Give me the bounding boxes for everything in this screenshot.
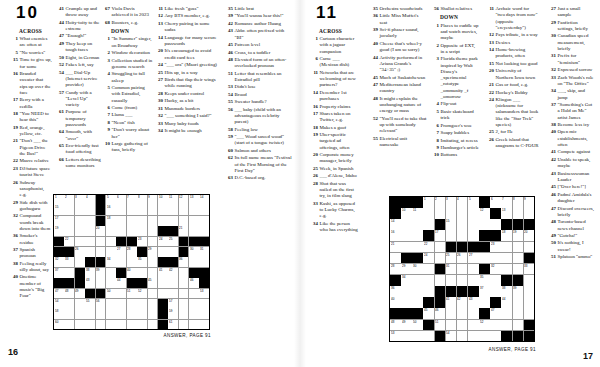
grid-cell[interactable]: 2 bbox=[64, 195, 74, 205]
grid-cell[interactable]: 44 bbox=[501, 297, 512, 308]
grid-cell[interactable] bbox=[137, 320, 147, 330]
grid-cell[interactable]: 1 bbox=[54, 195, 64, 205]
grid-cell[interactable] bbox=[75, 309, 85, 319]
grid-cell[interactable]: 17 bbox=[54, 216, 64, 226]
grid-cell[interactable]: 51 bbox=[435, 320, 446, 331]
black-cell bbox=[513, 219, 524, 230]
grid-cell[interactable]: 8 bbox=[513, 197, 524, 208]
grid-cell[interactable]: 47 bbox=[54, 289, 64, 299]
grid-cell[interactable]: 57 bbox=[168, 299, 178, 309]
grid-cell[interactable] bbox=[85, 205, 95, 215]
grid-cell[interactable] bbox=[64, 320, 74, 330]
grid-cell[interactable] bbox=[468, 219, 479, 230]
grid-cell[interactable]: 45 bbox=[148, 278, 158, 288]
grid-cell[interactable]: 53 bbox=[390, 331, 401, 342]
grid-cell[interactable] bbox=[179, 320, 189, 330]
grid-cell[interactable] bbox=[412, 219, 423, 230]
grid-cell[interactable]: 18 bbox=[501, 230, 512, 241]
grid-cell[interactable]: 6 bbox=[116, 195, 126, 205]
grid-cell[interactable] bbox=[513, 297, 524, 308]
grid-cell[interactable]: 54 bbox=[54, 299, 64, 309]
grid-cell[interactable]: 20 bbox=[96, 226, 106, 236]
grid-cell[interactable]: 1 bbox=[423, 197, 434, 208]
grid-cell[interactable] bbox=[401, 331, 412, 342]
grid-cell[interactable]: 3 bbox=[75, 195, 85, 205]
grid-cell[interactable] bbox=[468, 308, 479, 319]
grid-cell[interactable]: 60 bbox=[54, 320, 64, 330]
grid-cell[interactable] bbox=[148, 237, 158, 247]
grid-cell[interactable] bbox=[513, 264, 524, 275]
grid-cell[interactable] bbox=[490, 286, 501, 297]
grid-cell[interactable] bbox=[137, 268, 147, 278]
grid-cell[interactable]: 16 bbox=[106, 205, 116, 215]
grid-cell[interactable] bbox=[468, 275, 479, 286]
grid-cell[interactable]: 46 bbox=[435, 308, 446, 319]
grid-cell[interactable] bbox=[457, 320, 468, 331]
grid-cell[interactable] bbox=[435, 208, 446, 219]
grid-cell[interactable]: 31 bbox=[199, 247, 209, 257]
cell-number: 10 bbox=[159, 195, 162, 198]
grid-cell[interactable]: 10 bbox=[401, 208, 412, 219]
grid-cell[interactable]: 48 bbox=[390, 320, 401, 331]
grid-cell[interactable] bbox=[64, 216, 74, 226]
grid-cell[interactable] bbox=[148, 320, 158, 330]
grid-cell[interactable]: 43 bbox=[85, 278, 95, 288]
grid-cell[interactable] bbox=[423, 264, 434, 275]
grid-cell[interactable] bbox=[412, 297, 423, 308]
grid-cell[interactable]: 19 bbox=[54, 226, 64, 236]
grid-cell[interactable]: 3 bbox=[446, 197, 457, 208]
grid-cell[interactable] bbox=[501, 242, 512, 253]
grid-cell[interactable]: 26 bbox=[75, 247, 85, 257]
cell-number: 32 bbox=[491, 264, 494, 267]
grid-cell[interactable] bbox=[479, 297, 490, 308]
grid-cell[interactable] bbox=[479, 253, 490, 264]
grid-cell[interactable] bbox=[75, 237, 85, 247]
grid-cell[interactable] bbox=[168, 216, 178, 226]
grid-cell[interactable]: 34 bbox=[106, 257, 116, 267]
clue: 16Branded sweater that zips up over the … bbox=[11, 71, 52, 96]
grid-cell[interactable] bbox=[158, 289, 168, 299]
grid-cell[interactable] bbox=[524, 208, 535, 219]
grid-cell[interactable] bbox=[137, 216, 147, 226]
grid-cell[interactable] bbox=[524, 242, 535, 253]
grid-cell[interactable] bbox=[446, 320, 457, 331]
grid-cell[interactable] bbox=[490, 253, 501, 264]
grid-cell[interactable]: 46 bbox=[189, 278, 199, 288]
grid-cell[interactable]: 15 bbox=[446, 219, 457, 230]
grid-cell[interactable]: 42 bbox=[457, 297, 468, 308]
grid-cell[interactable]: 40 bbox=[127, 268, 137, 278]
grid-cell[interactable] bbox=[116, 216, 126, 226]
grid-cell[interactable]: 45 bbox=[423, 308, 434, 319]
grid-cell[interactable] bbox=[435, 275, 446, 286]
grid-cell[interactable] bbox=[189, 289, 199, 299]
grid-cell[interactable] bbox=[524, 286, 535, 297]
grid-cell[interactable] bbox=[96, 278, 106, 288]
grid-cell[interactable] bbox=[189, 257, 199, 267]
grid-cell[interactable]: 27 bbox=[116, 247, 126, 257]
clue-text: Feeling low bbox=[235, 127, 293, 133]
grid-cell[interactable] bbox=[189, 320, 199, 330]
grid-cell[interactable]: 29 bbox=[401, 264, 412, 275]
grid-cell[interactable] bbox=[513, 242, 524, 253]
grid-cell[interactable] bbox=[423, 208, 434, 219]
grid-cell[interactable]: 48 bbox=[64, 289, 74, 299]
grid-cell[interactable] bbox=[513, 208, 524, 219]
grid-cell[interactable] bbox=[168, 289, 178, 299]
grid-cell[interactable] bbox=[85, 226, 95, 236]
grid-cell[interactable] bbox=[199, 257, 209, 267]
grid-cell[interactable] bbox=[401, 242, 412, 253]
clue-number: 42 bbox=[549, 157, 558, 170]
grid-cell[interactable]: 55 bbox=[85, 299, 95, 309]
grid-cell[interactable]: 50 bbox=[412, 320, 423, 331]
grid-cell[interactable] bbox=[116, 320, 126, 330]
grid-cell[interactable]: 61 bbox=[168, 320, 178, 330]
grid-cell[interactable] bbox=[116, 205, 126, 215]
grid-cell[interactable]: 32 bbox=[490, 264, 501, 275]
grid-cell[interactable] bbox=[75, 216, 85, 226]
grid-cell[interactable] bbox=[106, 320, 116, 330]
grid-cell[interactable]: 9 bbox=[148, 195, 158, 205]
grid-cell[interactable] bbox=[75, 257, 85, 267]
grid-cell[interactable] bbox=[179, 216, 189, 226]
grid-cell[interactable] bbox=[179, 268, 189, 278]
grid-cell[interactable]: 21 bbox=[179, 226, 189, 236]
grid-cell[interactable] bbox=[137, 205, 147, 215]
grid-cell[interactable]: 9 bbox=[524, 197, 535, 208]
grid-cell[interactable]: 59 bbox=[168, 309, 178, 319]
grid-cell[interactable] bbox=[501, 264, 512, 275]
grid-cell[interactable] bbox=[137, 309, 147, 319]
grid-cell[interactable] bbox=[446, 230, 457, 241]
grid-cell[interactable] bbox=[199, 205, 209, 215]
grid-cell[interactable] bbox=[179, 205, 189, 215]
grid-cell[interactable] bbox=[148, 257, 158, 267]
grid-cell[interactable] bbox=[501, 308, 512, 319]
grid-cell[interactable] bbox=[468, 264, 479, 275]
grid-cell[interactable] bbox=[435, 242, 446, 253]
grid-cell[interactable]: 39 bbox=[513, 286, 524, 297]
grid-cell[interactable] bbox=[116, 289, 126, 299]
grid-cell[interactable] bbox=[96, 320, 106, 330]
grid-cell[interactable]: 22 bbox=[423, 242, 434, 253]
grid-cell[interactable]: 30 bbox=[189, 247, 199, 257]
grid-cell[interactable] bbox=[148, 216, 158, 226]
grid-cell[interactable] bbox=[148, 268, 158, 278]
grid-cell[interactable] bbox=[189, 309, 199, 319]
grid-cell[interactable]: 42 bbox=[168, 268, 178, 278]
grid-cell[interactable] bbox=[457, 275, 468, 286]
grid-cell[interactable]: 6 bbox=[490, 197, 501, 208]
grid-cell[interactable] bbox=[168, 278, 178, 288]
grid-cell[interactable]: 43 bbox=[468, 297, 479, 308]
grid-cell[interactable]: 23 bbox=[490, 242, 501, 253]
clue-text: Like fresh "goss" bbox=[165, 6, 219, 12]
grid-cell[interactable] bbox=[64, 299, 74, 309]
grid-cell[interactable] bbox=[457, 230, 468, 241]
grid-cell[interactable] bbox=[446, 308, 457, 319]
grid-cell[interactable] bbox=[179, 309, 189, 319]
grid-cell[interactable]: 10 bbox=[158, 195, 168, 205]
grid-cell[interactable] bbox=[64, 226, 74, 236]
grid-cell[interactable]: 14 bbox=[390, 219, 401, 230]
grid-cell[interactable] bbox=[490, 320, 501, 331]
grid-cell[interactable]: 12 bbox=[179, 195, 189, 205]
grid-cell[interactable]: 30 bbox=[412, 264, 423, 275]
grid-cell[interactable] bbox=[446, 275, 457, 286]
cell-number: 23 bbox=[138, 237, 141, 240]
grid-cell[interactable]: 44 bbox=[116, 278, 126, 288]
grid-cell[interactable]: 52 bbox=[137, 289, 147, 299]
grid-cell[interactable]: 28 bbox=[390, 264, 401, 275]
grid-cell[interactable]: 11 bbox=[168, 195, 178, 205]
grid-cell[interactable] bbox=[158, 205, 168, 215]
grid-cell[interactable] bbox=[127, 309, 137, 319]
grid-cell[interactable] bbox=[137, 226, 147, 236]
grid-cell[interactable]: 5 bbox=[468, 197, 479, 208]
grid-cell[interactable] bbox=[85, 320, 95, 330]
grid-cell[interactable]: 12 bbox=[479, 208, 490, 219]
grid-cell[interactable]: 53 bbox=[199, 289, 209, 299]
grid-cell[interactable]: 52 bbox=[479, 320, 490, 331]
grid-cell[interactable] bbox=[468, 331, 479, 342]
grid-cell[interactable] bbox=[412, 275, 423, 286]
grid-cell[interactable] bbox=[501, 253, 512, 264]
clue-text: Manmade borders bbox=[165, 106, 219, 112]
grid-cell[interactable] bbox=[199, 320, 209, 330]
grid-cell[interactable] bbox=[106, 268, 116, 278]
grid-cell[interactable] bbox=[85, 309, 95, 319]
grid-cell[interactable]: 33 bbox=[524, 264, 535, 275]
grid-cell[interactable]: 21 bbox=[390, 242, 401, 253]
grid-cell[interactable]: 25 bbox=[446, 253, 457, 264]
cell-number: 54 bbox=[55, 299, 58, 302]
grid-cell[interactable] bbox=[412, 331, 423, 342]
grid-cell[interactable] bbox=[158, 216, 168, 226]
grid-cell[interactable] bbox=[148, 309, 158, 319]
grid-cell[interactable] bbox=[423, 331, 434, 342]
grid-cell[interactable] bbox=[96, 309, 106, 319]
grid-cell[interactable] bbox=[513, 253, 524, 264]
grid-cell[interactable] bbox=[106, 237, 116, 247]
grid-cell[interactable]: 13 bbox=[189, 195, 199, 205]
grid-cell[interactable] bbox=[75, 320, 85, 330]
grid-cell[interactable]: 33 bbox=[64, 257, 74, 267]
grid-cell[interactable]: 49 bbox=[75, 289, 85, 299]
grid-cell[interactable]: 32 bbox=[54, 257, 64, 267]
grid-cell[interactable] bbox=[127, 226, 137, 236]
grid-cell[interactable]: 24 bbox=[423, 253, 434, 264]
grid-cell[interactable] bbox=[401, 219, 412, 230]
grid-cell[interactable]: 58 bbox=[54, 309, 64, 319]
grid-cell[interactable] bbox=[96, 247, 106, 257]
grid-cell[interactable] bbox=[457, 331, 468, 342]
grid-cell[interactable] bbox=[85, 216, 95, 226]
grid-cell[interactable]: 36 bbox=[179, 257, 189, 267]
grid-cell[interactable] bbox=[189, 226, 199, 236]
grid-cell[interactable] bbox=[64, 205, 74, 215]
grid-cell[interactable]: 36 bbox=[390, 286, 401, 297]
grid-cell[interactable]: 38 bbox=[85, 268, 95, 278]
grid-cell[interactable] bbox=[179, 299, 189, 309]
grid-cell[interactable] bbox=[75, 205, 85, 215]
grid-cell[interactable] bbox=[423, 219, 434, 230]
grid-cell[interactable]: 16 bbox=[390, 230, 401, 241]
grid-cell[interactable]: 47 bbox=[490, 308, 501, 319]
grid-cell[interactable]: 40 bbox=[390, 297, 401, 308]
grid-cell[interactable] bbox=[479, 331, 490, 342]
grid-cell[interactable] bbox=[401, 230, 412, 241]
grid-cell[interactable]: 49 bbox=[401, 320, 412, 331]
grid-cell[interactable] bbox=[127, 299, 137, 309]
grid-cell[interactable] bbox=[64, 268, 74, 278]
cell-number: 47 bbox=[491, 308, 494, 311]
grid-cell[interactable] bbox=[412, 230, 423, 241]
grid-cell[interactable]: 25 bbox=[168, 237, 178, 247]
grid-cell[interactable] bbox=[106, 278, 116, 288]
grid-cell[interactable] bbox=[199, 309, 209, 319]
grid-cell[interactable] bbox=[116, 309, 126, 319]
grid-cell[interactable]: 24 bbox=[158, 237, 168, 247]
grid-cell[interactable] bbox=[189, 216, 199, 226]
grid-cell[interactable]: 51 bbox=[127, 289, 137, 299]
grid-cell[interactable] bbox=[96, 237, 106, 247]
grid-cell[interactable] bbox=[457, 208, 468, 219]
grid-cell[interactable]: 37 bbox=[479, 286, 490, 297]
grid-cell[interactable] bbox=[106, 226, 116, 236]
grid-cell[interactable]: 7 bbox=[127, 195, 137, 205]
grid-cell[interactable] bbox=[106, 309, 116, 319]
grid-cell[interactable] bbox=[468, 320, 479, 331]
grid-cell[interactable]: 8 bbox=[137, 195, 147, 205]
grid-cell[interactable]: 29 bbox=[148, 247, 158, 257]
grid-cell[interactable]: 17 bbox=[435, 230, 446, 241]
grid-cell[interactable] bbox=[446, 208, 457, 219]
grid-cell[interactable] bbox=[85, 237, 95, 247]
grid-cell[interactable] bbox=[457, 219, 468, 230]
grid-cell[interactable]: 31 bbox=[446, 264, 457, 275]
grid-cell[interactable] bbox=[501, 320, 512, 331]
grid-cell[interactable] bbox=[435, 253, 446, 264]
grid-cell[interactable]: 4 bbox=[85, 195, 95, 205]
grid-cell[interactable] bbox=[513, 308, 524, 319]
grid-cell[interactable] bbox=[401, 297, 412, 308]
grid-cell[interactable]: 28 bbox=[127, 247, 137, 257]
grid-cell[interactable] bbox=[468, 208, 479, 219]
grid-cell[interactable] bbox=[158, 247, 168, 257]
grid-cell[interactable]: 18 bbox=[106, 216, 116, 226]
grid-cell[interactable] bbox=[524, 297, 535, 308]
grid-cell[interactable] bbox=[490, 219, 501, 230]
grid-cell[interactable] bbox=[137, 299, 147, 309]
grid-cell[interactable] bbox=[127, 205, 137, 215]
grid-cell[interactable]: 4 bbox=[457, 197, 468, 208]
grid-cell[interactable]: 7 bbox=[501, 197, 512, 208]
grid-cell[interactable]: 2 bbox=[435, 197, 446, 208]
grid-cell[interactable]: 23 bbox=[137, 237, 147, 247]
grid-cell[interactable]: 38 bbox=[501, 286, 512, 297]
grid-cell[interactable] bbox=[127, 257, 137, 267]
grid-cell[interactable] bbox=[116, 257, 126, 267]
grid-cell[interactable] bbox=[513, 320, 524, 331]
grid-cell[interactable] bbox=[116, 299, 126, 309]
grid-cell[interactable]: 15 bbox=[54, 205, 64, 215]
grid-cell[interactable] bbox=[106, 299, 116, 309]
grid-cell[interactable] bbox=[457, 264, 468, 275]
grid-cell[interactable] bbox=[127, 320, 137, 330]
grid-cell[interactable]: 35 bbox=[479, 275, 490, 286]
grid-cell[interactable] bbox=[490, 275, 501, 286]
grid-cell[interactable] bbox=[468, 230, 479, 241]
grid-cell[interactable] bbox=[168, 247, 178, 257]
grid-cell[interactable] bbox=[390, 253, 401, 264]
grid-cell[interactable]: 35 bbox=[137, 257, 147, 267]
grid-cell[interactable] bbox=[401, 286, 412, 297]
grid-cell[interactable]: 37 bbox=[54, 268, 64, 278]
grid-cell[interactable] bbox=[179, 289, 189, 299]
grid-cell[interactable]: 41 bbox=[446, 297, 457, 308]
grid-cell[interactable] bbox=[524, 275, 535, 286]
grid-cell[interactable]: 5 bbox=[106, 195, 116, 205]
grid-cell[interactable] bbox=[75, 299, 85, 309]
grid-cell[interactable]: 22 bbox=[64, 237, 74, 247]
grid-cell[interactable]: 39 bbox=[96, 268, 106, 278]
grid-cell[interactable] bbox=[199, 216, 209, 226]
grid-cell[interactable] bbox=[423, 275, 434, 286]
grid-cell[interactable] bbox=[64, 309, 74, 319]
grid-cell[interactable]: 13 bbox=[501, 208, 512, 219]
grid-cell[interactable] bbox=[148, 299, 158, 309]
grid-cell[interactable] bbox=[148, 226, 158, 236]
grid-cell[interactable]: 54 bbox=[446, 331, 457, 342]
grid-cell[interactable] bbox=[148, 289, 158, 299]
grid-cell[interactable] bbox=[199, 299, 209, 309]
grid-cell[interactable] bbox=[158, 278, 168, 288]
grid-cell[interactable]: 34 bbox=[401, 275, 412, 286]
grid-cell[interactable] bbox=[75, 226, 85, 236]
grid-cell[interactable] bbox=[168, 205, 178, 215]
grid-cell[interactable] bbox=[189, 299, 199, 309]
grid-cell[interactable]: 41 bbox=[158, 268, 168, 278]
grid-cell[interactable] bbox=[106, 247, 116, 257]
grid-cell[interactable]: 56 bbox=[96, 299, 106, 309]
grid-cell[interactable] bbox=[148, 205, 158, 215]
grid-cell[interactable]: 27 bbox=[468, 253, 479, 264]
grid-cell[interactable] bbox=[524, 308, 535, 319]
cell-number: 39 bbox=[96, 268, 99, 271]
grid-cell[interactable] bbox=[189, 205, 199, 215]
grid-cell[interactable] bbox=[479, 219, 490, 230]
grid-cell[interactable] bbox=[423, 286, 434, 297]
grid-cell[interactable]: 50 bbox=[106, 289, 116, 299]
grid-cell[interactable] bbox=[490, 331, 501, 342]
grid-cell[interactable] bbox=[85, 247, 95, 257]
grid-cell[interactable]: 11 bbox=[412, 208, 423, 219]
grid-cell[interactable] bbox=[199, 226, 209, 236]
grid-cell[interactable]: 14 bbox=[199, 195, 209, 205]
grid-cell[interactable] bbox=[412, 286, 423, 297]
grid-cell[interactable] bbox=[116, 226, 126, 236]
grid-cell[interactable] bbox=[412, 242, 423, 253]
grid-cell[interactable] bbox=[457, 308, 468, 319]
grid-cell[interactable]: 26 bbox=[457, 253, 468, 264]
grid-cell[interactable]: 19 bbox=[513, 230, 524, 241]
grid-cell[interactable] bbox=[179, 278, 189, 288]
grid-cell[interactable] bbox=[127, 216, 137, 226]
grid-cell[interactable]: 20 bbox=[524, 230, 535, 241]
